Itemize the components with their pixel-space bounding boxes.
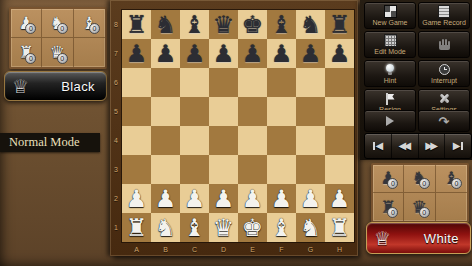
clock-icon bbox=[439, 64, 450, 76]
square-g3[interactable] bbox=[296, 155, 325, 184]
captured-slot-pawn: ♟0 bbox=[373, 165, 404, 193]
square-a5[interactable] bbox=[122, 97, 151, 126]
square-d5[interactable] bbox=[209, 97, 238, 126]
black-bishop: ♝ bbox=[271, 13, 293, 37]
square-g2[interactable]: ♟ bbox=[296, 184, 325, 213]
rank-label-1: 1 bbox=[110, 213, 122, 242]
square-e7[interactable]: ♟ bbox=[238, 39, 267, 68]
square-h8[interactable]: ♜ bbox=[325, 10, 354, 39]
rank-labels: 87654321 bbox=[110, 10, 122, 242]
redo-button[interactable]: ↷ bbox=[418, 110, 470, 132]
black-queen: ♛ bbox=[213, 13, 235, 37]
white-pawn: ♟ bbox=[271, 187, 293, 211]
rank-label-3: 3 bbox=[110, 155, 122, 184]
captured-count: 0 bbox=[387, 207, 398, 218]
square-g4[interactable] bbox=[296, 126, 325, 155]
square-a7[interactable]: ♟ bbox=[122, 39, 151, 68]
file-label-a: A bbox=[122, 242, 151, 256]
record-navigation-bar: ◀ ◀◀ ▶▶ ▶ bbox=[364, 133, 472, 159]
square-e6[interactable] bbox=[238, 68, 267, 97]
captured-slot-rook: ♜0 bbox=[373, 193, 404, 221]
redo-arrow-icon: ↷ bbox=[439, 115, 450, 128]
captured-count: 0 bbox=[387, 178, 398, 189]
square-g8[interactable]: ♞ bbox=[296, 10, 325, 39]
black-player-plate: ♕ Black bbox=[4, 71, 107, 101]
captured-count: 0 bbox=[25, 53, 36, 64]
file-label-b: B bbox=[151, 242, 180, 256]
play-icon bbox=[386, 116, 394, 126]
captured-slot-queen: ♛0 bbox=[42, 38, 73, 67]
square-c2[interactable]: ♟ bbox=[180, 184, 209, 213]
record-sheet-icon bbox=[438, 6, 450, 18]
square-c1[interactable]: ♝ bbox=[180, 213, 209, 242]
captured-slot-empty bbox=[74, 38, 105, 67]
square-b7[interactable]: ♟ bbox=[151, 39, 180, 68]
captured-count: 0 bbox=[57, 23, 68, 34]
square-e5[interactable] bbox=[238, 97, 267, 126]
file-labels: ABCDEFGH bbox=[122, 242, 354, 256]
black-pawn: ♟ bbox=[155, 42, 177, 66]
black-knight: ♞ bbox=[300, 13, 322, 37]
black-bishop: ♝ bbox=[184, 13, 206, 37]
interrupt-button[interactable]: Interrupt bbox=[418, 60, 470, 87]
captured-slot-knight: ♞0 bbox=[404, 165, 435, 193]
square-d6[interactable] bbox=[209, 68, 238, 97]
black-pawn: ♟ bbox=[213, 42, 235, 66]
fast-forward-button[interactable]: ▶▶ bbox=[419, 134, 446, 158]
board-icon bbox=[384, 6, 397, 18]
white-king: ♚ bbox=[242, 216, 264, 240]
new-game-label: New Game bbox=[372, 19, 407, 26]
square-c4[interactable] bbox=[180, 126, 209, 155]
square-e4[interactable] bbox=[238, 126, 267, 155]
board-squares[interactable]: ♜♞♝♛♚♝♞♜♟♟♟♟♟♟♟♟♟♟♟♟♟♟♟♟♜♞♝♛♚♝♞♜ bbox=[122, 10, 354, 242]
file-label-f: F bbox=[267, 242, 296, 256]
skip-end-icon: ▶ bbox=[453, 141, 461, 151]
square-a6[interactable] bbox=[122, 68, 151, 97]
start-bar-icon bbox=[373, 142, 375, 150]
square-c8[interactable]: ♝ bbox=[180, 10, 209, 39]
square-d7[interactable]: ♟ bbox=[209, 39, 238, 68]
square-a2[interactable]: ♟ bbox=[122, 184, 151, 213]
square-f7[interactable]: ♟ bbox=[267, 39, 296, 68]
square-b8[interactable]: ♞ bbox=[151, 10, 180, 39]
white-knight: ♞ bbox=[300, 216, 322, 240]
square-f2[interactable]: ♟ bbox=[267, 184, 296, 213]
square-f6[interactable] bbox=[267, 68, 296, 97]
lightbulb-icon bbox=[386, 64, 394, 76]
rank-label-8: 8 bbox=[110, 10, 122, 39]
black-captured-tray: ♟0♞0♝0♜0♛0 bbox=[9, 7, 107, 69]
captured-count: 0 bbox=[419, 178, 430, 189]
captured-slot-rook: ♜0 bbox=[11, 38, 42, 67]
square-f5[interactable] bbox=[267, 97, 296, 126]
black-player-name: Black bbox=[61, 79, 95, 94]
menu-buttons: New Game Game Record Edit Mode Hint Inte… bbox=[364, 2, 470, 116]
square-c6[interactable] bbox=[180, 68, 209, 97]
captured-count: 0 bbox=[89, 23, 100, 34]
move-now-button[interactable] bbox=[418, 31, 470, 58]
captured-slot-knight: ♞0 bbox=[42, 9, 73, 38]
captured-count: 0 bbox=[419, 207, 430, 218]
square-f8[interactable]: ♝ bbox=[267, 10, 296, 39]
white-pawn: ♟ bbox=[126, 187, 148, 211]
skip-to-end-button[interactable]: ▶ bbox=[445, 134, 471, 158]
square-f3[interactable] bbox=[267, 155, 296, 184]
black-knight: ♞ bbox=[155, 13, 177, 37]
edit-mode-button[interactable]: Edit Mode bbox=[364, 31, 416, 58]
white-player-plate: ♕ White bbox=[366, 222, 471, 254]
square-h7[interactable]: ♟ bbox=[325, 39, 354, 68]
hand-icon bbox=[438, 38, 450, 50]
captured-slot-pawn: ♟0 bbox=[11, 9, 42, 38]
square-f1[interactable]: ♝ bbox=[267, 213, 296, 242]
square-b1[interactable]: ♞ bbox=[151, 213, 180, 242]
app-window: ♟0♞0♝0♜0♛0 ♕ Black Normal Mode 87654321 … bbox=[0, 0, 472, 266]
interrupt-label: Interrupt bbox=[431, 77, 457, 84]
square-b5[interactable] bbox=[151, 97, 180, 126]
white-pawn: ♟ bbox=[184, 187, 206, 211]
white-rook: ♜ bbox=[126, 216, 148, 240]
chess-board: 87654321 ABCDEFGH ♜♞♝♛♚♝♞♜♟♟♟♟♟♟♟♟♟♟♟♟♟♟… bbox=[110, 0, 358, 256]
white-player-name: White bbox=[424, 231, 459, 246]
wrench-icon bbox=[438, 93, 451, 105]
grid-icon bbox=[384, 35, 397, 47]
square-g1[interactable]: ♞ bbox=[296, 213, 325, 242]
square-e2[interactable]: ♟ bbox=[238, 184, 267, 213]
square-a3[interactable] bbox=[122, 155, 151, 184]
skip-start-icon: ◀ bbox=[376, 141, 384, 151]
file-label-e: E bbox=[238, 242, 267, 256]
square-d8[interactable]: ♛ bbox=[209, 10, 238, 39]
captured-slot-bishop: ♝0 bbox=[436, 165, 467, 193]
rewind-button[interactable]: ◀◀ bbox=[392, 134, 419, 158]
rank-label-6: 6 bbox=[110, 68, 122, 97]
black-pawn: ♟ bbox=[300, 42, 322, 66]
white-captured-tray: ♟0♞0♝0♜0♛0 bbox=[371, 163, 469, 223]
hint-button[interactable]: Hint bbox=[364, 60, 416, 87]
playback-buttons: ↷ bbox=[364, 110, 470, 132]
white-queen: ♛ bbox=[213, 216, 235, 240]
captured-slot-bishop: ♝0 bbox=[74, 9, 105, 38]
square-h3[interactable] bbox=[325, 155, 354, 184]
square-d3[interactable] bbox=[209, 155, 238, 184]
black-pawn: ♟ bbox=[242, 42, 264, 66]
black-crown-icon: ♕ bbox=[12, 77, 29, 96]
white-pawn: ♟ bbox=[242, 187, 264, 211]
captured-slot-empty bbox=[436, 193, 467, 221]
black-pawn: ♟ bbox=[184, 42, 206, 66]
square-a1[interactable]: ♜ bbox=[122, 213, 151, 242]
black-rook: ♜ bbox=[329, 13, 351, 37]
square-d2[interactable]: ♟ bbox=[209, 184, 238, 213]
rank-label-7: 7 bbox=[110, 39, 122, 68]
game-record-label: Game Record bbox=[422, 19, 466, 26]
file-label-g: G bbox=[296, 242, 325, 256]
skip-to-start-button[interactable]: ◀ bbox=[365, 134, 392, 158]
square-g7[interactable]: ♟ bbox=[296, 39, 325, 68]
white-bishop: ♝ bbox=[184, 216, 206, 240]
black-pawn: ♟ bbox=[271, 42, 293, 66]
square-c3[interactable] bbox=[180, 155, 209, 184]
flag-icon bbox=[384, 93, 396, 105]
fast-forward-icon: ▶▶ bbox=[425, 141, 435, 151]
white-pawn: ♟ bbox=[329, 187, 351, 211]
mode-label: Normal Mode bbox=[0, 133, 100, 152]
edit-mode-label: Edit Mode bbox=[374, 48, 406, 55]
black-pawn: ♟ bbox=[126, 42, 148, 66]
square-h1[interactable]: ♜ bbox=[325, 213, 354, 242]
square-g6[interactable] bbox=[296, 68, 325, 97]
rewind-icon: ◀◀ bbox=[398, 141, 408, 151]
file-label-h: H bbox=[325, 242, 354, 256]
square-h6[interactable] bbox=[325, 68, 354, 97]
white-pawn: ♟ bbox=[213, 187, 235, 211]
rank-label-5: 5 bbox=[110, 97, 122, 126]
hint-label: Hint bbox=[384, 77, 396, 84]
square-b6[interactable] bbox=[151, 68, 180, 97]
square-d1[interactable]: ♛ bbox=[209, 213, 238, 242]
square-h2[interactable]: ♟ bbox=[325, 184, 354, 213]
square-c5[interactable] bbox=[180, 97, 209, 126]
square-a8[interactable]: ♜ bbox=[122, 10, 151, 39]
square-d4[interactable] bbox=[209, 126, 238, 155]
square-f4[interactable] bbox=[267, 126, 296, 155]
rank-label-4: 4 bbox=[110, 126, 122, 155]
square-e8[interactable]: ♚ bbox=[238, 10, 267, 39]
game-record-button[interactable]: Game Record bbox=[418, 2, 470, 29]
black-rook: ♜ bbox=[126, 13, 148, 37]
captured-slot-queen: ♛0 bbox=[404, 193, 435, 221]
rank-label-2: 2 bbox=[110, 184, 122, 213]
black-pawn: ♟ bbox=[329, 42, 351, 66]
file-label-d: D bbox=[209, 242, 238, 256]
white-pawn: ♟ bbox=[300, 187, 322, 211]
white-rook: ♜ bbox=[329, 216, 351, 240]
square-b3[interactable] bbox=[151, 155, 180, 184]
square-e1[interactable]: ♚ bbox=[238, 213, 267, 242]
white-bishop: ♝ bbox=[271, 216, 293, 240]
end-bar-icon bbox=[461, 142, 463, 150]
white-pawn: ♟ bbox=[155, 187, 177, 211]
square-h5[interactable] bbox=[325, 97, 354, 126]
captured-count: 0 bbox=[451, 178, 462, 189]
square-c7[interactable]: ♟ bbox=[180, 39, 209, 68]
file-label-c: C bbox=[180, 242, 209, 256]
captured-count: 0 bbox=[25, 23, 36, 34]
black-king: ♚ bbox=[242, 13, 264, 37]
square-g5[interactable] bbox=[296, 97, 325, 126]
resume-button[interactable] bbox=[364, 110, 416, 132]
new-game-button[interactable]: New Game bbox=[364, 2, 416, 29]
white-knight: ♞ bbox=[155, 216, 177, 240]
white-crown-icon: ♕ bbox=[374, 229, 391, 248]
square-h4[interactable] bbox=[325, 126, 354, 155]
square-a4[interactable] bbox=[122, 126, 151, 155]
captured-count: 0 bbox=[57, 53, 68, 64]
square-b4[interactable] bbox=[151, 126, 180, 155]
square-b2[interactable]: ♟ bbox=[151, 184, 180, 213]
square-e3[interactable] bbox=[238, 155, 267, 184]
